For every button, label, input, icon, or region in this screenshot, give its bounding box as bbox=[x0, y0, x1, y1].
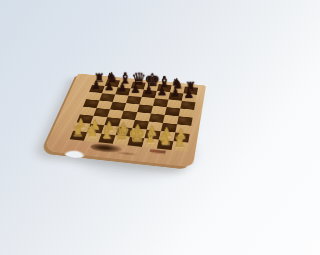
square-e1: ♚ bbox=[127, 137, 144, 147]
chess-board: ♜♞♝♛♚♝♞♜♟♟♟♟♟♟♟♟♟♟♟♟♟♟♟♟♜♞♝♛♚♝♞♜ bbox=[43, 74, 206, 168]
square-h6 bbox=[180, 101, 195, 110]
piece-black-rook-h8: ♜ bbox=[184, 81, 197, 93]
square-g5 bbox=[165, 107, 181, 116]
piece-black-knight-g8: ♞ bbox=[170, 77, 183, 91]
square-f1: ♝ bbox=[142, 138, 159, 148]
square-c4 bbox=[107, 109, 123, 118]
piece-black-bishop-c8: ♝ bbox=[118, 72, 131, 87]
piece-white-pawn-a2: ♟ bbox=[74, 118, 88, 130]
piece-black-king-e8: ♚ bbox=[144, 71, 157, 89]
square-d1: ♛ bbox=[113, 135, 130, 145]
piece-black-knight-b8: ♞ bbox=[105, 71, 118, 85]
square-h5 bbox=[179, 108, 194, 117]
piece-black-bishop-f8: ♝ bbox=[157, 75, 170, 90]
piece-black-queen-d8: ♛ bbox=[131, 71, 144, 88]
piece-white-pawn-h2: ♟ bbox=[174, 128, 189, 141]
photo-stage: ♜♞♝♛♚♝♞♜♟♟♟♟♟♟♟♟♟♟♟♟♟♟♟♟♜♞♝♛♚♝♞♜ bbox=[0, 0, 255, 255]
square-h1: ♜ bbox=[172, 141, 189, 151]
maker-stamp bbox=[150, 149, 167, 153]
piece-black-rook-a8: ♜ bbox=[92, 72, 105, 84]
board-grid: ♜♞♝♛♚♝♞♜♟♟♟♟♟♟♟♟♟♟♟♟♟♟♟♟♜♞♝♛♚♝♞♜ bbox=[70, 78, 198, 152]
square-c1: ♝ bbox=[98, 134, 115, 144]
wood-grain-streak bbox=[116, 151, 138, 157]
piece-white-rook-h1: ♜ bbox=[172, 135, 187, 149]
